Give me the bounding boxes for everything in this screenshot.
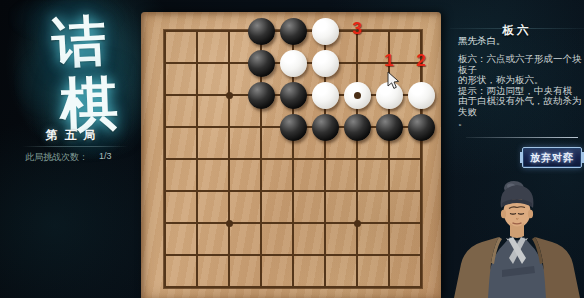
desc-line: 板六：六点或六子形成一个块板子 [458,54,582,75]
black-stone [376,114,403,141]
board-cell-r2c2[interactable] [181,47,213,79]
board-cell-r7c8[interactable] [373,207,405,239]
left-divider [22,146,128,147]
black-stone [248,18,275,45]
attempts-row: 此局挑战次数： 1/3 [25,151,130,164]
board-cell-r9c8[interactable] [373,271,405,298]
board-cell-r2c8[interactable] [373,47,405,79]
board-cell-r4c6[interactable] [309,111,341,143]
board-cell-r2c1[interactable] [149,47,181,79]
black-stone [280,82,307,109]
board-cell-r6c5[interactable] [277,175,309,207]
board-cell-r3c6[interactable] [309,79,341,111]
board-cell-r6c4[interactable] [245,175,277,207]
board-cell-r1c3[interactable] [213,15,245,47]
board-cell-r9c1[interactable] [149,271,181,298]
puzzle-description: 板六：六点或六子形成一个块板子 的形状，称为板六。 提示：两边同型，中央有棋 由… [458,54,582,128]
board-cell-r4c1[interactable] [149,111,181,143]
star-point [354,220,361,227]
board-cell-r5c2[interactable] [181,143,213,175]
black-stone [280,114,307,141]
board-cell-r2c9[interactable] [405,47,437,79]
board-cell-r6c8[interactable] [373,175,405,207]
star-point [226,220,233,227]
board-cell-r6c7[interactable] [341,175,373,207]
black-stone [408,114,435,141]
board-cell-r6c3[interactable] [213,175,245,207]
board-cell-r1c8[interactable] [373,15,405,47]
desc-line: 。 [458,117,582,128]
board-cell-r6c9[interactable] [405,175,437,207]
black-stone [248,82,275,109]
board-cell-r8c8[interactable] [373,239,405,271]
black-stone [280,18,307,45]
board-cell-r6c6[interactable] [309,175,341,207]
board-cell-r5c6[interactable] [309,143,341,175]
board-cell-r6c2[interactable] [181,175,213,207]
board-cell-r1c2[interactable] [181,15,213,47]
board-cell-r4c3[interactable] [213,111,245,143]
black-stone [344,114,371,141]
white-stone [408,82,435,109]
white-stone [312,82,339,109]
npc-portrait [450,178,584,298]
board-cell-r8c5[interactable] [277,239,309,271]
star-point [226,92,233,99]
board-cell-r6c1[interactable] [149,175,181,207]
white-stone [280,50,307,77]
board-cell-r3c2[interactable] [181,79,213,111]
left-panel: 诘 棋 第五局 此局挑战次数： 1/3 [0,0,141,298]
board-cell-r9c4[interactable] [245,271,277,298]
desc-line: 的形状，称为板六。 [458,75,582,86]
board-cell-r9c6[interactable] [309,271,341,298]
board-cell-r5c1[interactable] [149,143,181,175]
title-underline [450,28,584,29]
board-cell-r5c9[interactable] [405,143,437,175]
white-stone [312,50,339,77]
board-cell-r9c7[interactable] [341,271,373,298]
round-label: 第五局 [0,127,141,144]
board-cell-r8c6[interactable] [309,239,341,271]
puzzle-objective: 黑先杀白。 [458,35,506,48]
board-cell-r4c9[interactable] [405,111,437,143]
board-cell-r7c5[interactable] [277,207,309,239]
board-cell-r9c2[interactable] [181,271,213,298]
board-cell-r9c3[interactable] [213,271,245,298]
desc-line: 由于白棋没有外气，故劫杀为失败 [458,96,582,117]
board-cell-r1c9[interactable] [405,15,437,47]
black-stone [248,50,275,77]
board-cell-r3c5[interactable] [277,79,309,111]
board-cell-r4c5[interactable] [277,111,309,143]
board-cell-r2c6[interactable] [309,47,341,79]
puzzle-info-panel: 板六 黑先杀白。 板六：六点或六子形成一个块板子 的形状，称为板六。 提示：两边… [450,0,584,298]
board-cell-r8c9[interactable] [405,239,437,271]
attempts-label: 此局挑战次数： [25,151,88,164]
board-cell-r8c7[interactable] [341,239,373,271]
board-cell-r2c3[interactable] [213,47,245,79]
board-cell-r7c2[interactable] [181,207,213,239]
board-cell-r1c4[interactable] [245,15,277,47]
white-stone [312,18,339,45]
board-cell-r2c7[interactable] [341,47,373,79]
board-cell-r9c9[interactable] [405,271,437,298]
give-up-button[interactable]: 放弃对弈 [522,147,582,168]
board-cell-r1c1[interactable] [149,15,181,47]
board-cell-r2c4[interactable] [245,47,277,79]
board-cell-r8c2[interactable] [181,239,213,271]
board-cell-r3c8[interactable] [373,79,405,111]
board-cell-r4c8[interactable] [373,111,405,143]
board-intersections: 123 [149,15,437,298]
board-cell-r1c7[interactable] [341,15,373,47]
board-cell-r7c4[interactable] [245,207,277,239]
board-cell-r8c1[interactable] [149,239,181,271]
ink-splash-decor [10,0,141,170]
board-cell-r1c6[interactable] [309,15,341,47]
board-cell-r5c8[interactable] [373,143,405,175]
board-cell-r7c9[interactable] [405,207,437,239]
star-point [354,92,361,99]
board-cell-r4c7[interactable] [341,111,373,143]
board-cell-r3c9[interactable] [405,79,437,111]
board-cell-r5c4[interactable] [245,143,277,175]
board-cell-r2c5[interactable] [277,47,309,79]
board-cell-r5c7[interactable] [341,143,373,175]
board-cell-r4c2[interactable] [181,111,213,143]
board-cell-r9c5[interactable] [277,271,309,298]
board-cell-r1c5[interactable] [277,15,309,47]
attempts-value: 1/3 [99,151,112,164]
board-cell-r4c4[interactable] [245,111,277,143]
board-cell-r7c6[interactable] [309,207,341,239]
board-cell-r3c1[interactable] [149,79,181,111]
board-cell-r3c4[interactable] [245,79,277,111]
panel-divider [466,137,578,138]
black-stone [312,114,339,141]
board-cell-r5c5[interactable] [277,143,309,175]
tsumego-game-screen: 诘 棋 第五局 此局挑战次数： 1/3 123 板六 黑先杀白。 板六：六点或六… [0,0,584,298]
board-cell-r7c1[interactable] [149,207,181,239]
board-cell-r8c3[interactable] [213,239,245,271]
white-stone [376,82,403,109]
board-cell-r5c3[interactable] [213,143,245,175]
go-board[interactable]: 123 [141,12,441,298]
board-cell-r8c4[interactable] [245,239,277,271]
